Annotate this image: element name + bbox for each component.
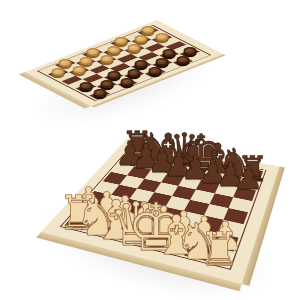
chess-piece-white-rook-h1: ♜ bbox=[199, 227, 240, 273]
checker-dark-r6c7 bbox=[183, 47, 196, 55]
checker-light-r2c3 bbox=[100, 55, 113, 63]
checker-light-r1c6 bbox=[135, 35, 148, 43]
product-photo: ♜♞♝♛♚♝♞♜♟♟♟♟♟♟♟♟♟♟♟♟♟♟♟♟♜♞♝♛♚♝♞♜ bbox=[0, 0, 300, 300]
checker-dark-r7c4 bbox=[149, 67, 162, 75]
checker-dark-r5c6 bbox=[163, 49, 176, 57]
checker-light-r2c1 bbox=[72, 66, 85, 74]
checker-light-r0c7 bbox=[142, 26, 155, 34]
pieces-overlay: ♜♞♝♛♚♝♞♜♟♟♟♟♟♟♟♟♟♟♟♟♟♟♟♟♜♞♝♛♚♝♞♜ bbox=[0, 0, 300, 300]
checker-light-r0c5 bbox=[114, 37, 127, 45]
checker-light-r2c7 bbox=[156, 33, 169, 41]
checker-dark-r7c6 bbox=[176, 56, 189, 64]
checker-light-r0c3 bbox=[86, 48, 99, 56]
checker-light-r1c4 bbox=[107, 46, 120, 54]
checker-dark-r6c3 bbox=[128, 69, 141, 77]
checker-dark-r5c2 bbox=[107, 71, 120, 79]
checker-light-r1c2 bbox=[79, 57, 92, 65]
checker-dark-r6c1 bbox=[100, 80, 113, 88]
chess-piece-black-pawn-h7: ♟ bbox=[234, 162, 264, 195]
checker-dark-r5c0 bbox=[79, 82, 92, 90]
checker-light-r1c0 bbox=[52, 68, 65, 76]
checker-light-r0c1 bbox=[59, 59, 72, 67]
checker-dark-r7c0 bbox=[93, 89, 106, 97]
checker-dark-r7c2 bbox=[121, 78, 134, 86]
checker-dark-r5c4 bbox=[135, 60, 148, 68]
checker-dark-r6c5 bbox=[156, 58, 169, 66]
checker-light-r2c5 bbox=[128, 44, 141, 52]
